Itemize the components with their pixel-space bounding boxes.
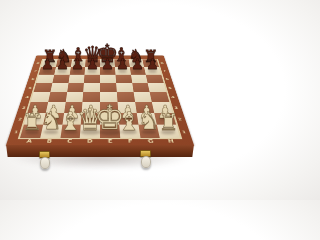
rank-label-6-left: 6 <box>31 77 35 80</box>
file-label-h: H <box>167 139 174 144</box>
piece-black-pawn-h7[interactable]: ♟ <box>146 58 159 72</box>
file-label-f: F <box>128 139 133 144</box>
square-h5[interactable] <box>148 83 167 92</box>
rank-label-5-left: 5 <box>28 86 32 89</box>
piece-white-knight-g1[interactable]: ♞ <box>138 110 160 134</box>
rank-label-4-right: 4 <box>171 95 175 98</box>
rank-label-5-right: 5 <box>168 86 172 89</box>
piece-black-pawn-b7[interactable]: ♟ <box>56 58 69 72</box>
front-right-foot <box>141 156 151 168</box>
file-label-a: A <box>26 139 33 144</box>
rank-label-4-left: 4 <box>25 95 29 98</box>
square-f6[interactable] <box>115 74 132 82</box>
file-label-d: D <box>87 139 93 144</box>
piece-white-rook-a1[interactable]: ♜ <box>22 111 42 134</box>
piece-white-rook-h1[interactable]: ♜ <box>158 111 178 134</box>
square-e6[interactable] <box>100 74 116 82</box>
square-b6[interactable] <box>52 74 69 82</box>
piece-black-pawn-f7[interactable]: ♟ <box>116 58 129 72</box>
piece-black-pawn-c7[interactable]: ♟ <box>71 58 84 72</box>
piece-black-pawn-a7[interactable]: ♟ <box>41 58 54 72</box>
rank-label-7-left: 7 <box>34 69 38 72</box>
square-d6[interactable] <box>84 74 100 82</box>
file-label-e: E <box>108 139 113 144</box>
rank-label-1-right: 1 <box>181 129 186 133</box>
file-label-c: C <box>67 139 73 144</box>
rank-label-8-right: 8 <box>160 62 164 64</box>
pieces-layer: ♜♞♝♛♚♝♞♜♟♟♟♟♟♟♟♟♟♟♟♟♟♟♟♟♜♞♝♛♚♝♞♜ <box>0 0 200 200</box>
square-c6[interactable] <box>68 74 85 82</box>
rank-label-1-left: 1 <box>14 129 19 133</box>
rank-label-6-right: 6 <box>165 77 169 80</box>
file-label-b: B <box>46 139 52 144</box>
rank-label-7-right: 7 <box>162 69 166 72</box>
piece-black-pawn-d7[interactable]: ♟ <box>86 58 99 72</box>
piece-black-pawn-e7[interactable]: ♟ <box>101 58 114 72</box>
square-h6[interactable] <box>146 74 164 82</box>
file-label-g: G <box>147 139 154 144</box>
board-front-edge <box>5 145 195 157</box>
chess-set-photo: ABCDEFGH 8877665544332211 ♜♞♝♛♚♝♞♜♟♟♟♟♟♟… <box>0 0 200 200</box>
square-b5[interactable] <box>50 83 68 92</box>
square-c5[interactable] <box>67 83 84 92</box>
square-f5[interactable] <box>116 83 133 92</box>
front-left-foot <box>40 157 50 169</box>
square-d5[interactable] <box>83 83 100 92</box>
rank-label-8-left: 8 <box>36 62 40 64</box>
square-e5[interactable] <box>100 83 117 92</box>
piece-black-pawn-g7[interactable]: ♟ <box>131 58 144 72</box>
photo-background: { "game": "chess", "position": { "fen": … <box>0 0 200 200</box>
